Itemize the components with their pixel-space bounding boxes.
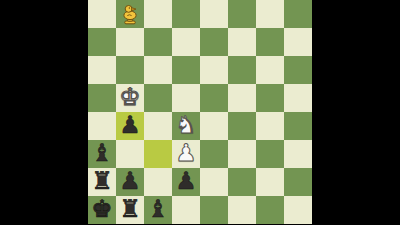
square-e2[interactable] [172, 28, 200, 56]
square-c7[interactable] [228, 168, 256, 196]
black-pawn-piece[interactable]: ♟ [119, 113, 141, 137]
square-h3[interactable] [88, 56, 116, 84]
app-background: ♚♟♞♝♟♜♟♟♚♜♝ [0, 0, 400, 225]
square-e6[interactable]: ♟ [172, 140, 200, 168]
square-f1[interactable] [144, 0, 172, 28]
square-c2[interactable] [228, 28, 256, 56]
black-king-piece[interactable]: ♚ [91, 197, 113, 221]
chess-board: ♚♟♞♝♟♜♟♟♚♜♝ [88, 0, 312, 224]
square-b2[interactable] [256, 28, 284, 56]
square-g2[interactable] [116, 28, 144, 56]
square-c8[interactable] [228, 196, 256, 224]
square-a6[interactable] [284, 140, 312, 168]
square-a1[interactable] [284, 0, 312, 28]
square-g6[interactable] [116, 140, 144, 168]
square-h5[interactable] [88, 112, 116, 140]
square-d5[interactable] [200, 112, 228, 140]
square-b4[interactable] [256, 84, 284, 112]
square-d1[interactable] [200, 0, 228, 28]
square-g4[interactable]: ♚ [116, 84, 144, 112]
square-d7[interactable] [200, 168, 228, 196]
square-f7[interactable] [144, 168, 172, 196]
square-e4[interactable] [172, 84, 200, 112]
white-pawn-piece[interactable]: ♟ [175, 141, 197, 165]
square-c1[interactable] [228, 0, 256, 28]
square-h6[interactable]: ♝ [88, 140, 116, 168]
square-g7[interactable]: ♟ [116, 168, 144, 196]
black-bishop-piece[interactable]: ♝ [91, 141, 113, 165]
square-c6[interactable] [228, 140, 256, 168]
square-h1[interactable] [88, 0, 116, 28]
black-rook-piece[interactable]: ♜ [119, 197, 141, 221]
square-f6[interactable] [144, 140, 172, 168]
square-c4[interactable] [228, 84, 256, 112]
black-bishop-piece[interactable]: ♝ [147, 197, 169, 221]
square-d3[interactable] [200, 56, 228, 84]
square-d2[interactable] [200, 28, 228, 56]
square-b5[interactable] [256, 112, 284, 140]
duck-icon [119, 3, 141, 25]
square-f2[interactable] [144, 28, 172, 56]
square-c5[interactable] [228, 112, 256, 140]
square-a7[interactable] [284, 168, 312, 196]
white-king-piece[interactable]: ♚ [119, 85, 141, 109]
square-b8[interactable] [256, 196, 284, 224]
square-e8[interactable] [172, 196, 200, 224]
square-e7[interactable]: ♟ [172, 168, 200, 196]
square-g1[interactable] [116, 0, 144, 28]
square-d8[interactable] [200, 196, 228, 224]
square-f3[interactable] [144, 56, 172, 84]
square-a5[interactable] [284, 112, 312, 140]
square-h4[interactable] [88, 84, 116, 112]
square-e1[interactable] [172, 0, 200, 28]
square-g8[interactable]: ♜ [116, 196, 144, 224]
square-a8[interactable] [284, 196, 312, 224]
square-g3[interactable] [116, 56, 144, 84]
square-f8[interactable]: ♝ [144, 196, 172, 224]
black-rook-piece[interactable]: ♜ [91, 169, 113, 193]
square-c3[interactable] [228, 56, 256, 84]
black-pawn-piece[interactable]: ♟ [175, 169, 197, 193]
square-b7[interactable] [256, 168, 284, 196]
black-pawn-piece[interactable]: ♟ [119, 169, 141, 193]
white-knight-piece[interactable]: ♞ [175, 113, 197, 137]
square-a4[interactable] [284, 84, 312, 112]
square-b1[interactable] [256, 0, 284, 28]
square-b6[interactable] [256, 140, 284, 168]
square-h7[interactable]: ♜ [88, 168, 116, 196]
duck-piece[interactable] [119, 3, 141, 25]
square-e5[interactable]: ♞ [172, 112, 200, 140]
square-h2[interactable] [88, 28, 116, 56]
square-d4[interactable] [200, 84, 228, 112]
square-f4[interactable] [144, 84, 172, 112]
square-e3[interactable] [172, 56, 200, 84]
square-g5[interactable]: ♟ [116, 112, 144, 140]
square-f5[interactable] [144, 112, 172, 140]
square-h8[interactable]: ♚ [88, 196, 116, 224]
square-a2[interactable] [284, 28, 312, 56]
square-b3[interactable] [256, 56, 284, 84]
square-a3[interactable] [284, 56, 312, 84]
square-d6[interactable] [200, 140, 228, 168]
